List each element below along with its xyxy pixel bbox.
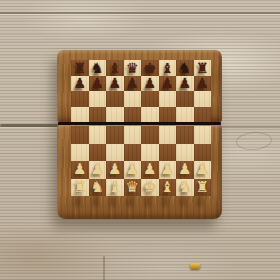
piece-light-pawn[interactable]: ♟ [108, 162, 121, 177]
piece-dark-pawn[interactable]: ♟ [126, 76, 139, 90]
square-b8[interactable]: ♞ [89, 60, 107, 76]
square-a2[interactable]: ♟ [71, 161, 89, 179]
square-b6[interactable] [89, 91, 107, 107]
square-g4[interactable] [176, 126, 194, 144]
square-g7[interactable]: ♟ [176, 76, 194, 92]
piece-light-pawn[interactable]: ♟ [73, 162, 86, 177]
square-a5[interactable] [71, 107, 89, 123]
brass-hinge-pin-icon [190, 263, 200, 269]
piece-dark-bishop[interactable]: ♝ [161, 61, 174, 75]
square-f6[interactable] [159, 91, 177, 107]
square-c6[interactable] [106, 91, 124, 107]
square-c4[interactable] [106, 126, 124, 144]
square-g3[interactable] [176, 144, 194, 162]
piece-light-pawn[interactable]: ♟ [178, 162, 191, 177]
piece-light-rook[interactable]: ♜ [73, 180, 86, 195]
floor-wood-knot [235, 131, 272, 151]
square-e3[interactable] [141, 144, 159, 162]
square-f4[interactable] [159, 126, 177, 144]
square-d1[interactable]: ♛ [124, 179, 142, 197]
square-a7[interactable]: ♟ [71, 76, 89, 92]
square-c1[interactable]: ♝ [106, 179, 124, 197]
square-f2[interactable]: ♟ [159, 161, 177, 179]
square-f7[interactable]: ♟ [159, 76, 177, 92]
travel-chess-set: ♜♞♝♛♚♝♞♜♟♟♟♟♟♟♟♟ ♟♟♟♟♟♟♟♟♜♞♝♛♚♝♞♜ [57, 50, 222, 219]
piece-light-pawn[interactable]: ♟ [143, 162, 156, 177]
square-g6[interactable] [176, 91, 194, 107]
square-h1[interactable]: ♜ [194, 179, 212, 197]
piece-dark-queen[interactable]: ♛ [126, 61, 139, 75]
square-b2[interactable]: ♟ [89, 161, 107, 179]
square-g2[interactable]: ♟ [176, 161, 194, 179]
piece-dark-rook[interactable]: ♜ [196, 61, 209, 75]
square-f5[interactable] [159, 107, 177, 123]
square-h8[interactable]: ♜ [194, 60, 212, 76]
board-ranks-4-to-1: ♟♟♟♟♟♟♟♟♜♞♝♛♚♝♞♜ [71, 126, 211, 196]
piece-light-pawn[interactable]: ♟ [91, 162, 104, 177]
piece-dark-pawn[interactable]: ♟ [161, 76, 174, 90]
square-b4[interactable] [89, 126, 107, 144]
piece-dark-rook[interactable]: ♜ [73, 61, 86, 75]
piece-light-king[interactable]: ♚ [143, 180, 156, 195]
board-bottom-half: ♟♟♟♟♟♟♟♟♜♞♝♛♚♝♞♜ [57, 125, 222, 219]
square-f3[interactable] [159, 144, 177, 162]
square-e4[interactable] [141, 126, 159, 144]
square-h5[interactable] [194, 107, 212, 123]
piece-light-bishop[interactable]: ♝ [108, 180, 121, 195]
square-d6[interactable] [124, 91, 142, 107]
square-e7[interactable]: ♟ [141, 76, 159, 92]
piece-dark-knight[interactable]: ♞ [178, 61, 191, 75]
square-d7[interactable]: ♟ [124, 76, 142, 92]
square-a3[interactable] [71, 144, 89, 162]
square-b7[interactable]: ♟ [89, 76, 107, 92]
piece-dark-pawn[interactable]: ♟ [196, 76, 209, 90]
square-c8[interactable]: ♝ [106, 60, 124, 76]
piece-dark-pawn[interactable]: ♟ [143, 76, 156, 90]
square-h7[interactable]: ♟ [194, 76, 212, 92]
square-b3[interactable] [89, 144, 107, 162]
board-ranks-8-to-5: ♜♞♝♛♚♝♞♜♟♟♟♟♟♟♟♟ [71, 60, 211, 122]
piece-dark-pawn[interactable]: ♟ [178, 76, 191, 90]
piece-light-pawn[interactable]: ♟ [126, 162, 139, 177]
square-c7[interactable]: ♟ [106, 76, 124, 92]
square-d4[interactable] [124, 126, 142, 144]
piece-dark-bishop[interactable]: ♝ [108, 61, 121, 75]
square-d2[interactable]: ♟ [124, 161, 142, 179]
square-g8[interactable]: ♞ [176, 60, 194, 76]
piece-dark-pawn[interactable]: ♟ [73, 76, 86, 90]
piece-light-knight[interactable]: ♞ [178, 180, 191, 195]
square-f8[interactable]: ♝ [159, 60, 177, 76]
piece-dark-knight[interactable]: ♞ [91, 61, 104, 75]
board-top-half: ♜♞♝♛♚♝♞♜♟♟♟♟♟♟♟♟ [57, 50, 222, 122]
square-a6[interactable] [71, 91, 89, 107]
floor-plank-seam [219, 126, 280, 128]
square-e6[interactable] [141, 91, 159, 107]
floor-plank-seam [0, 12, 280, 14]
piece-light-pawn[interactable]: ♟ [161, 162, 174, 177]
square-g5[interactable] [176, 107, 194, 123]
square-f1[interactable]: ♝ [159, 179, 177, 197]
square-a8[interactable]: ♜ [71, 60, 89, 76]
square-a4[interactable] [71, 126, 89, 144]
square-d3[interactable] [124, 144, 142, 162]
piece-light-pawn[interactable]: ♟ [196, 162, 209, 177]
square-h3[interactable] [194, 144, 212, 162]
square-a1[interactable]: ♜ [71, 179, 89, 197]
square-e8[interactable]: ♚ [141, 60, 159, 76]
floor-plank-seam [103, 256, 105, 280]
square-b5[interactable] [89, 107, 107, 123]
square-e1[interactable]: ♚ [141, 179, 159, 197]
square-c2[interactable]: ♟ [106, 161, 124, 179]
square-d5[interactable] [124, 107, 142, 123]
square-e2[interactable]: ♟ [141, 161, 159, 179]
piece-dark-pawn[interactable]: ♟ [108, 76, 121, 90]
square-b1[interactable]: ♞ [89, 179, 107, 197]
piece-light-bishop[interactable]: ♝ [161, 180, 174, 195]
piece-light-queen[interactable]: ♛ [126, 180, 139, 195]
piece-dark-pawn[interactable]: ♟ [91, 76, 104, 90]
piece-light-rook[interactable]: ♜ [196, 180, 209, 195]
square-h2[interactable]: ♟ [194, 161, 212, 179]
square-e5[interactable] [141, 107, 159, 123]
piece-dark-king[interactable]: ♚ [143, 61, 156, 75]
square-c5[interactable] [106, 107, 124, 123]
piece-shadows [71, 196, 211, 207]
square-d8[interactable]: ♛ [124, 60, 142, 76]
floor-plank-seam [0, 124, 60, 127]
square-h6[interactable] [194, 91, 212, 107]
square-g1[interactable]: ♞ [176, 179, 194, 197]
square-h4[interactable] [194, 126, 212, 144]
square-c3[interactable] [106, 144, 124, 162]
piece-light-knight[interactable]: ♞ [91, 180, 104, 195]
